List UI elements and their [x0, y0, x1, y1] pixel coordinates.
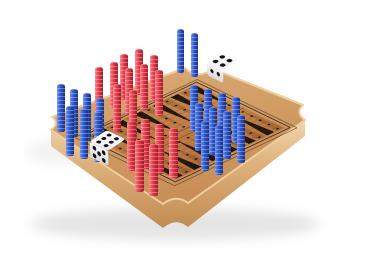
red-peg [135, 140, 144, 192]
red-peg [169, 128, 178, 178]
die-pip [219, 55, 226, 59]
die-pip [113, 136, 121, 141]
die-pip [93, 145, 97, 151]
red-peg [140, 64, 148, 110]
die-pip [217, 72, 220, 77]
blue-peg [177, 29, 184, 73]
red-peg [155, 70, 163, 116]
die-pip [105, 133, 113, 138]
red-peg [149, 144, 158, 196]
blue-peg [237, 115, 245, 163]
die-pip [107, 140, 115, 145]
die-pip [95, 140, 103, 145]
die-pip [100, 136, 108, 141]
die-pip [219, 63, 226, 67]
blue-peg [223, 111, 231, 159]
blue-peg [201, 121, 209, 171]
die-pip [226, 59, 233, 63]
die-pip [212, 59, 219, 63]
blue-peg [191, 33, 198, 77]
blue-peg [57, 84, 65, 132]
backgammon-travel-set-photo [0, 0, 376, 259]
die-pip [102, 157, 106, 163]
die-pip [102, 143, 110, 148]
die-pip [102, 149, 106, 155]
blue-peg [66, 106, 74, 156]
blue-peg [215, 125, 223, 175]
blue-peg [80, 109, 88, 159]
red-peg [113, 84, 121, 132]
die-pip [97, 151, 101, 157]
die-pip [93, 152, 97, 158]
die-pip [210, 68, 213, 73]
